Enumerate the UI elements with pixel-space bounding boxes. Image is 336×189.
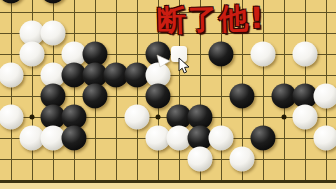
grid-line	[116, 0, 117, 181]
hoshi-point	[282, 115, 287, 120]
white-stone	[125, 105, 150, 130]
grid-line	[137, 0, 138, 181]
black-stone	[41, 0, 66, 4]
black-stone	[0, 0, 24, 4]
hoshi-point	[30, 115, 35, 120]
white-stone	[251, 42, 276, 67]
grid-line	[0, 159, 336, 160]
black-stone	[83, 84, 108, 109]
white-stone	[230, 147, 255, 172]
black-stone	[146, 84, 171, 109]
white-stone	[41, 21, 66, 46]
white-stone	[0, 105, 24, 130]
white-stone	[314, 126, 336, 151]
cursor-wedge-icon	[157, 54, 177, 74]
black-stone	[62, 126, 87, 151]
hoshi-point	[156, 115, 161, 120]
white-stone	[314, 84, 336, 109]
white-stone	[188, 147, 213, 172]
white-stone	[293, 42, 318, 67]
mouse-pointer-icon	[178, 58, 192, 76]
white-stone	[293, 105, 318, 130]
white-stone	[20, 42, 45, 67]
annotation-banner: 断了他!	[157, 1, 266, 39]
black-stone	[209, 42, 234, 67]
go-app-screenshot: 断了他!	[0, 0, 336, 189]
white-stone	[0, 63, 24, 88]
black-stone	[251, 126, 276, 151]
grid-line	[11, 0, 12, 181]
white-stone	[209, 126, 234, 151]
black-stone	[230, 84, 255, 109]
grid-line	[74, 0, 75, 181]
board-margin	[0, 183, 336, 189]
